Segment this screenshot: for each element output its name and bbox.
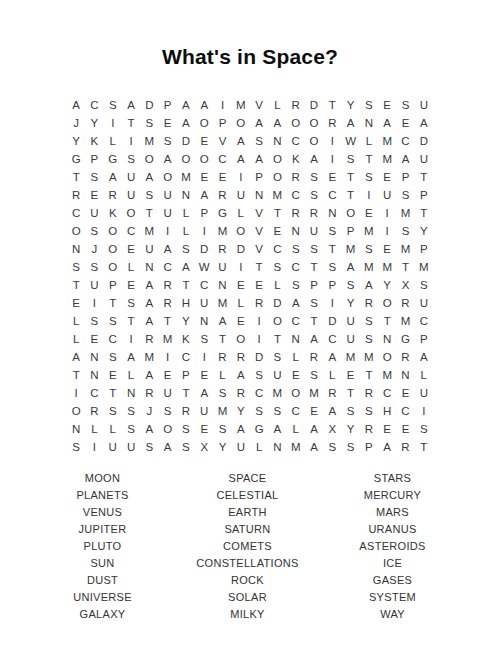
grid-cell[interactable]: M	[140, 348, 158, 366]
grid-cell[interactable]: A	[140, 276, 158, 294]
grid-cell[interactable]: N	[268, 438, 286, 456]
grid-cell[interactable]: P	[85, 150, 103, 168]
grid-cell[interactable]: U	[122, 186, 140, 204]
grid-cell[interactable]: W	[195, 258, 213, 276]
grid-cell[interactable]: S	[67, 258, 85, 276]
grid-cell[interactable]: Y	[341, 420, 359, 438]
grid-cell[interactable]: S	[323, 438, 341, 456]
grid-cell[interactable]: A	[378, 438, 396, 456]
grid-cell[interactable]: S	[360, 96, 378, 114]
grid-cell[interactable]: L	[268, 276, 286, 294]
grid-cell[interactable]: S	[305, 240, 323, 258]
grid-cell[interactable]: A	[140, 420, 158, 438]
grid-cell[interactable]: S	[360, 402, 378, 420]
grid-cell[interactable]: E	[378, 420, 396, 438]
grid-cell[interactable]: S	[140, 186, 158, 204]
grid-cell[interactable]: I	[232, 168, 250, 186]
grid-cell[interactable]: E	[378, 168, 396, 186]
grid-cell[interactable]: S	[360, 240, 378, 258]
grid-cell[interactable]: S	[360, 330, 378, 348]
grid-cell[interactable]: D	[140, 96, 158, 114]
grid-cell[interactable]: M	[177, 168, 195, 186]
grid-cell[interactable]: E	[268, 222, 286, 240]
grid-cell[interactable]: P	[250, 168, 268, 186]
grid-cell[interactable]: A	[122, 348, 140, 366]
grid-cell[interactable]: M	[268, 384, 286, 402]
grid-cell[interactable]: E	[305, 402, 323, 420]
grid-cell[interactable]: S	[415, 420, 433, 438]
grid-cell[interactable]: U	[415, 96, 433, 114]
grid-cell[interactable]: C	[396, 402, 414, 420]
grid-cell[interactable]: S	[104, 402, 122, 420]
grid-cell[interactable]: T	[360, 150, 378, 168]
grid-cell[interactable]: E	[213, 168, 231, 186]
grid-cell[interactable]: U	[415, 150, 433, 168]
grid-cell[interactable]: M	[415, 258, 433, 276]
grid-cell[interactable]: S	[287, 276, 305, 294]
grid-cell[interactable]: I	[250, 312, 268, 330]
grid-cell[interactable]: S	[195, 330, 213, 348]
grid-cell[interactable]: E	[396, 384, 414, 402]
grid-cell[interactable]: S	[396, 222, 414, 240]
grid-cell[interactable]: A	[213, 312, 231, 330]
grid-cell[interactable]: A	[158, 438, 176, 456]
grid-cell[interactable]: S	[250, 366, 268, 384]
grid-cell[interactable]: S	[341, 150, 359, 168]
grid-cell[interactable]: O	[158, 168, 176, 186]
grid-cell[interactable]: E	[396, 420, 414, 438]
grid-cell[interactable]: R	[232, 384, 250, 402]
grid-cell[interactable]: N	[85, 348, 103, 366]
grid-cell[interactable]: E	[195, 420, 213, 438]
grid-cell[interactable]: C	[122, 222, 140, 240]
grid-cell[interactable]: U	[268, 366, 286, 384]
grid-cell[interactable]: U	[85, 204, 103, 222]
grid-cell[interactable]: M	[140, 222, 158, 240]
grid-cell[interactable]: M	[158, 330, 176, 348]
grid-cell[interactable]: R	[104, 186, 122, 204]
grid-cell[interactable]: R	[360, 294, 378, 312]
grid-cell[interactable]: S	[268, 402, 286, 420]
grid-cell[interactable]: I	[104, 114, 122, 132]
grid-cell[interactable]: S	[396, 96, 414, 114]
grid-cell[interactable]: Y	[415, 222, 433, 240]
grid-cell[interactable]: O	[232, 222, 250, 240]
grid-cell[interactable]: O	[305, 114, 323, 132]
grid-cell[interactable]: T	[415, 438, 433, 456]
grid-cell[interactable]: E	[67, 294, 85, 312]
grid-cell[interactable]: O	[232, 330, 250, 348]
grid-cell[interactable]: A	[122, 96, 140, 114]
grid-cell[interactable]: C	[415, 312, 433, 330]
grid-cell[interactable]: I	[195, 222, 213, 240]
grid-cell[interactable]: M	[213, 222, 231, 240]
grid-cell[interactable]: A	[323, 348, 341, 366]
grid-cell[interactable]: A	[104, 168, 122, 186]
grid-cell[interactable]: I	[158, 348, 176, 366]
grid-cell[interactable]: M	[378, 132, 396, 150]
grid-cell[interactable]: T	[415, 204, 433, 222]
grid-cell[interactable]: S	[85, 168, 103, 186]
grid-cell[interactable]: A	[268, 114, 286, 132]
grid-cell[interactable]: P	[415, 330, 433, 348]
grid-cell[interactable]: C	[268, 240, 286, 258]
grid-cell[interactable]: R	[287, 96, 305, 114]
grid-cell[interactable]: E	[195, 132, 213, 150]
grid-cell[interactable]: O	[67, 402, 85, 420]
grid-cell[interactable]: I	[323, 132, 341, 150]
grid-cell[interactable]: L	[232, 294, 250, 312]
grid-cell[interactable]: R	[213, 348, 231, 366]
grid-cell[interactable]: O	[341, 204, 359, 222]
grid-cell[interactable]: J	[140, 402, 158, 420]
grid-cell[interactable]: G	[213, 204, 231, 222]
grid-cell[interactable]: E	[378, 240, 396, 258]
grid-cell[interactable]: T	[268, 204, 286, 222]
grid-cell[interactable]: T	[177, 384, 195, 402]
grid-cell[interactable]: C	[287, 186, 305, 204]
grid-cell[interactable]: M	[360, 258, 378, 276]
grid-cell[interactable]: I	[122, 132, 140, 150]
grid-cell[interactable]: E	[85, 186, 103, 204]
grid-cell[interactable]: A	[378, 114, 396, 132]
grid-cell[interactable]: E	[195, 168, 213, 186]
grid-cell[interactable]: U	[213, 258, 231, 276]
grid-cell[interactable]: M	[378, 258, 396, 276]
grid-cell[interactable]: P	[158, 96, 176, 114]
grid-cell[interactable]: S	[122, 294, 140, 312]
grid-cell[interactable]: S	[177, 420, 195, 438]
grid-cell[interactable]: M	[360, 348, 378, 366]
grid-cell[interactable]: A	[360, 276, 378, 294]
grid-cell[interactable]: C	[287, 312, 305, 330]
grid-cell[interactable]: P	[360, 438, 378, 456]
grid-cell[interactable]: N	[67, 420, 85, 438]
grid-cell[interactable]: R	[287, 168, 305, 186]
grid-cell[interactable]: X	[195, 438, 213, 456]
grid-cell[interactable]: O	[232, 114, 250, 132]
grid-cell[interactable]: O	[268, 150, 286, 168]
grid-cell[interactable]: E	[323, 168, 341, 186]
grid-cell[interactable]: T	[158, 312, 176, 330]
grid-cell[interactable]: U	[158, 186, 176, 204]
grid-cell[interactable]: O	[268, 312, 286, 330]
grid-cell[interactable]: M	[396, 204, 414, 222]
grid-cell[interactable]: T	[360, 366, 378, 384]
grid-cell[interactable]: O	[177, 150, 195, 168]
grid-cell[interactable]: O	[378, 294, 396, 312]
grid-cell[interactable]: I	[85, 438, 103, 456]
grid-cell[interactable]: A	[305, 150, 323, 168]
grid-cell[interactable]: S	[140, 438, 158, 456]
grid-cell[interactable]: C	[85, 384, 103, 402]
grid-cell[interactable]: G	[104, 150, 122, 168]
grid-cell[interactable]: L	[287, 420, 305, 438]
grid-cell[interactable]: A	[177, 96, 195, 114]
grid-cell[interactable]: U	[341, 312, 359, 330]
grid-cell[interactable]: T	[323, 96, 341, 114]
grid-cell[interactable]: U	[158, 384, 176, 402]
grid-cell[interactable]: N	[122, 384, 140, 402]
grid-cell[interactable]: R	[360, 420, 378, 438]
grid-cell[interactable]: O	[122, 204, 140, 222]
grid-cell[interactable]: Y	[177, 312, 195, 330]
grid-cell[interactable]: S	[305, 186, 323, 204]
grid-cell[interactable]: E	[158, 366, 176, 384]
grid-cell[interactable]: Y	[232, 402, 250, 420]
grid-cell[interactable]: L	[85, 420, 103, 438]
grid-cell[interactable]: A	[158, 150, 176, 168]
grid-cell[interactable]: M	[396, 240, 414, 258]
grid-cell[interactable]: D	[305, 96, 323, 114]
grid-cell[interactable]: A	[195, 384, 213, 402]
grid-cell[interactable]: N	[360, 114, 378, 132]
grid-cell[interactable]: L	[67, 330, 85, 348]
grid-cell[interactable]: D	[268, 294, 286, 312]
grid-cell[interactable]: S	[158, 402, 176, 420]
grid-cell[interactable]: S	[85, 258, 103, 276]
grid-cell[interactable]: S	[104, 312, 122, 330]
grid-cell[interactable]: O	[305, 132, 323, 150]
grid-cell[interactable]: U	[232, 186, 250, 204]
grid-cell[interactable]: D	[177, 132, 195, 150]
grid-cell[interactable]: C	[323, 330, 341, 348]
grid-cell[interactable]: T	[341, 186, 359, 204]
grid-cell[interactable]: O	[268, 168, 286, 186]
grid-cell[interactable]: S	[213, 420, 231, 438]
grid-cell[interactable]: L	[177, 204, 195, 222]
grid-cell[interactable]: A	[158, 240, 176, 258]
grid-cell[interactable]: A	[341, 114, 359, 132]
grid-cell[interactable]: D	[195, 240, 213, 258]
grid-cell[interactable]: E	[195, 366, 213, 384]
grid-cell[interactable]: C	[85, 96, 103, 114]
grid-cell[interactable]: I	[232, 258, 250, 276]
grid-cell[interactable]: U	[104, 438, 122, 456]
grid-cell[interactable]: K	[104, 204, 122, 222]
grid-cell[interactable]: A	[305, 330, 323, 348]
grid-cell[interactable]: R	[213, 186, 231, 204]
grid-cell[interactable]: S	[305, 294, 323, 312]
grid-cell[interactable]: A	[415, 114, 433, 132]
grid-cell[interactable]: R	[213, 240, 231, 258]
grid-cell[interactable]: S	[67, 438, 85, 456]
grid-cell[interactable]: N	[378, 330, 396, 348]
grid-cell[interactable]: Y	[67, 132, 85, 150]
grid-cell[interactable]: E	[85, 330, 103, 348]
grid-cell[interactable]: A	[305, 438, 323, 456]
grid-cell[interactable]: I	[378, 222, 396, 240]
grid-cell[interactable]: R	[250, 294, 268, 312]
grid-cell[interactable]: Y	[213, 438, 231, 456]
grid-cell[interactable]: P	[323, 276, 341, 294]
grid-cell[interactable]: N	[287, 330, 305, 348]
grid-cell[interactable]: S	[122, 402, 140, 420]
grid-cell[interactable]: A	[67, 348, 85, 366]
grid-cell[interactable]: T	[305, 312, 323, 330]
grid-cell[interactable]: N	[323, 204, 341, 222]
grid-cell[interactable]: C	[177, 348, 195, 366]
grid-cell[interactable]: E	[341, 366, 359, 384]
grid-cell[interactable]: C	[158, 258, 176, 276]
grid-cell[interactable]: P	[195, 204, 213, 222]
grid-cell[interactable]: I	[67, 384, 85, 402]
grid-cell[interactable]: L	[268, 96, 286, 114]
grid-cell[interactable]: L	[67, 312, 85, 330]
grid-cell[interactable]: V	[250, 204, 268, 222]
grid-cell[interactable]: O	[104, 258, 122, 276]
grid-cell[interactable]: A	[323, 402, 341, 420]
grid-cell[interactable]: J	[85, 240, 103, 258]
grid-cell[interactable]: L	[122, 258, 140, 276]
grid-cell[interactable]: T	[67, 168, 85, 186]
grid-cell[interactable]: R	[396, 438, 414, 456]
grid-cell[interactable]: P	[213, 114, 231, 132]
grid-cell[interactable]: S	[360, 312, 378, 330]
grid-cell[interactable]: A	[250, 150, 268, 168]
grid-cell[interactable]: I	[85, 294, 103, 312]
grid-cell[interactable]: T	[268, 330, 286, 348]
grid-cell[interactable]: S	[158, 132, 176, 150]
grid-cell[interactable]: L	[213, 366, 231, 384]
grid-cell[interactable]: L	[122, 366, 140, 384]
grid-cell[interactable]: M	[140, 132, 158, 150]
grid-cell[interactable]: S	[323, 222, 341, 240]
grid-cell[interactable]: U	[195, 402, 213, 420]
grid-cell[interactable]: M	[232, 96, 250, 114]
grid-cell[interactable]: R	[140, 330, 158, 348]
grid-cell[interactable]: P	[104, 276, 122, 294]
grid-cell[interactable]: A	[177, 114, 195, 132]
grid-cell[interactable]: N	[85, 366, 103, 384]
grid-cell[interactable]: E	[122, 276, 140, 294]
grid-cell[interactable]: T	[140, 204, 158, 222]
grid-cell[interactable]: E	[250, 276, 268, 294]
grid-cell[interactable]: O	[287, 114, 305, 132]
grid-cell[interactable]: T	[415, 168, 433, 186]
grid-cell[interactable]: L	[360, 132, 378, 150]
grid-cell[interactable]: S	[323, 258, 341, 276]
grid-cell[interactable]: I	[195, 348, 213, 366]
grid-cell[interactable]: L	[104, 132, 122, 150]
grid-cell[interactable]: M	[268, 186, 286, 204]
grid-cell[interactable]: G	[250, 420, 268, 438]
grid-cell[interactable]: V	[250, 96, 268, 114]
grid-cell[interactable]: U	[140, 240, 158, 258]
grid-cell[interactable]: S	[341, 438, 359, 456]
grid-cell[interactable]: S	[268, 348, 286, 366]
grid-cell[interactable]: A	[250, 114, 268, 132]
grid-cell[interactable]: I	[323, 150, 341, 168]
grid-cell[interactable]: I	[122, 330, 140, 348]
grid-cell[interactable]: A	[287, 294, 305, 312]
grid-cell[interactable]: U	[415, 384, 433, 402]
grid-cell[interactable]: R	[85, 402, 103, 420]
grid-cell[interactable]: A	[177, 258, 195, 276]
grid-cell[interactable]: M	[378, 366, 396, 384]
grid-cell[interactable]: L	[250, 438, 268, 456]
grid-cell[interactable]: U	[195, 294, 213, 312]
grid-cell[interactable]: T	[305, 258, 323, 276]
grid-cell[interactable]: X	[396, 276, 414, 294]
grid-cell[interactable]: A	[268, 420, 286, 438]
grid-cell[interactable]: Y	[341, 96, 359, 114]
grid-cell[interactable]: T	[378, 312, 396, 330]
grid-cell[interactable]: A	[195, 186, 213, 204]
grid-cell[interactable]: S	[305, 168, 323, 186]
grid-cell[interactable]: S	[104, 96, 122, 114]
grid-cell[interactable]: J	[67, 114, 85, 132]
grid-cell[interactable]: P	[341, 222, 359, 240]
grid-cell[interactable]: C	[378, 384, 396, 402]
grid-cell[interactable]: S	[250, 132, 268, 150]
grid-cell[interactable]: S	[140, 114, 158, 132]
grid-cell[interactable]: C	[323, 186, 341, 204]
grid-cell[interactable]: K	[85, 132, 103, 150]
grid-cell[interactable]: I	[360, 186, 378, 204]
grid-cell[interactable]: A	[140, 312, 158, 330]
grid-cell[interactable]: S	[122, 420, 140, 438]
grid-cell[interactable]: R	[396, 294, 414, 312]
grid-cell[interactable]: N	[140, 258, 158, 276]
grid-cell[interactable]: A	[140, 366, 158, 384]
grid-cell[interactable]: C	[250, 384, 268, 402]
grid-cell[interactable]: U	[158, 204, 176, 222]
grid-cell[interactable]: T	[67, 276, 85, 294]
grid-cell[interactable]: K	[287, 150, 305, 168]
grid-cell[interactable]: R	[287, 204, 305, 222]
grid-cell[interactable]: E	[104, 366, 122, 384]
grid-cell[interactable]: M	[213, 294, 231, 312]
grid-cell[interactable]: O	[158, 420, 176, 438]
grid-cell[interactable]: R	[360, 384, 378, 402]
grid-cell[interactable]: N	[268, 132, 286, 150]
grid-cell[interactable]: L	[323, 366, 341, 384]
grid-cell[interactable]: A	[415, 348, 433, 366]
grid-cell[interactable]: I	[378, 204, 396, 222]
grid-cell[interactable]: Y	[341, 294, 359, 312]
grid-cell[interactable]: T	[341, 168, 359, 186]
grid-cell[interactable]: W	[341, 132, 359, 150]
grid-cell[interactable]: O	[195, 114, 213, 132]
grid-cell[interactable]: T	[250, 258, 268, 276]
grid-cell[interactable]: M	[341, 240, 359, 258]
grid-cell[interactable]: R	[140, 384, 158, 402]
grid-cell[interactable]: M	[287, 438, 305, 456]
grid-cell[interactable]: O	[140, 150, 158, 168]
grid-cell[interactable]: N	[213, 276, 231, 294]
grid-cell[interactable]: A	[140, 294, 158, 312]
grid-cell[interactable]: E	[158, 114, 176, 132]
grid-cell[interactable]: T	[323, 240, 341, 258]
grid-cell[interactable]: T	[341, 384, 359, 402]
grid-cell[interactable]: L	[415, 366, 433, 384]
grid-cell[interactable]: C	[195, 276, 213, 294]
grid-cell[interactable]: T	[396, 258, 414, 276]
grid-cell[interactable]: Y	[85, 114, 103, 132]
grid-cell[interactable]: L	[287, 348, 305, 366]
grid-cell[interactable]: C	[396, 132, 414, 150]
grid-cell[interactable]: A	[396, 150, 414, 168]
grid-cell[interactable]: D	[323, 312, 341, 330]
grid-cell[interactable]: L	[104, 420, 122, 438]
grid-cell[interactable]: U	[85, 276, 103, 294]
grid-cell[interactable]: G	[67, 150, 85, 168]
grid-cell[interactable]: D	[232, 240, 250, 258]
grid-cell[interactable]: I	[250, 330, 268, 348]
grid-cell[interactable]: V	[213, 132, 231, 150]
grid-cell[interactable]: P	[177, 366, 195, 384]
